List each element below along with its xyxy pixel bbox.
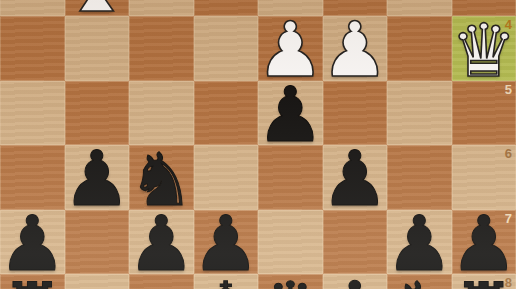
square-b7[interactable]: ♟ [387, 210, 452, 275]
white-queen-a4[interactable]: ♛ [451, 14, 516, 87]
square-g3[interactable]: ♝ [65, 0, 130, 16]
black-rook-h8[interactable]: ♜ [2, 274, 63, 289]
square-d8[interactable]: ♛ [258, 274, 323, 289]
square-a5[interactable]: 5 [452, 81, 516, 146]
black-queen-d8[interactable]: ♛ [258, 272, 323, 289]
square-e5[interactable] [194, 81, 259, 146]
square-c8[interactable]: ♝ [323, 274, 388, 289]
square-f4[interactable] [129, 16, 194, 81]
square-e3[interactable] [194, 0, 259, 16]
black-pawn-c6[interactable]: ♟ [321, 141, 389, 217]
black-pawn-d5[interactable]: ♟ [256, 77, 324, 153]
black-pawn-g6[interactable]: ♟ [63, 141, 131, 217]
rank-coordinate-5: 5 [505, 83, 512, 96]
square-h5[interactable] [0, 81, 65, 146]
square-c7[interactable] [323, 210, 388, 275]
black-bishop-c8[interactable]: ♝ [322, 272, 387, 289]
white-pawn-c4[interactable]: ♟ [321, 12, 389, 88]
square-c4[interactable]: ♟ [323, 16, 388, 81]
square-h8[interactable]: ♜ [0, 274, 65, 289]
square-f7[interactable]: ♟ [129, 210, 194, 275]
square-g8[interactable] [65, 274, 130, 289]
square-e4[interactable] [194, 16, 259, 81]
square-b3[interactable] [387, 0, 452, 16]
square-b5[interactable] [387, 81, 452, 146]
square-h4[interactable] [0, 16, 65, 81]
square-e7[interactable]: ♟ [194, 210, 259, 275]
square-b4[interactable] [387, 16, 452, 81]
square-a8[interactable]: ♜8 [452, 274, 516, 289]
square-b8[interactable]: ♞ [387, 274, 452, 289]
black-pawn-f7[interactable]: ♟ [127, 206, 195, 282]
square-d6[interactable] [258, 145, 323, 210]
square-c6[interactable]: ♟ [323, 145, 388, 210]
square-g4[interactable] [65, 16, 130, 81]
square-e8[interactable]: ♚ [194, 274, 259, 289]
square-h3[interactable] [0, 0, 65, 16]
square-a4[interactable]: ♛4 [452, 16, 516, 81]
square-d7[interactable] [258, 210, 323, 275]
chess-board-screenshot: ♝♟♟♛4♟5♟♞♟6♟♟♟♟♟7♜♚♛♝♞♜8 [0, 0, 516, 289]
chess-board: ♝♟♟♛4♟5♟♞♟6♟♟♟♟♟7♜♚♛♝♞♜8 [0, 0, 516, 289]
square-f8[interactable] [129, 274, 194, 289]
square-h7[interactable]: ♟ [0, 210, 65, 275]
black-knight-b8[interactable]: ♞ [387, 272, 452, 289]
square-g6[interactable]: ♟ [65, 145, 130, 210]
black-rook-a8[interactable]: ♜ [453, 274, 514, 289]
rank-coordinate-6: 6 [505, 147, 512, 160]
square-g7[interactable] [65, 210, 130, 275]
square-f3[interactable] [129, 0, 194, 16]
square-a7[interactable]: ♟7 [452, 210, 516, 275]
black-king-e8[interactable]: ♚ [193, 272, 258, 289]
square-d5[interactable]: ♟ [258, 81, 323, 146]
square-f5[interactable] [129, 81, 194, 146]
